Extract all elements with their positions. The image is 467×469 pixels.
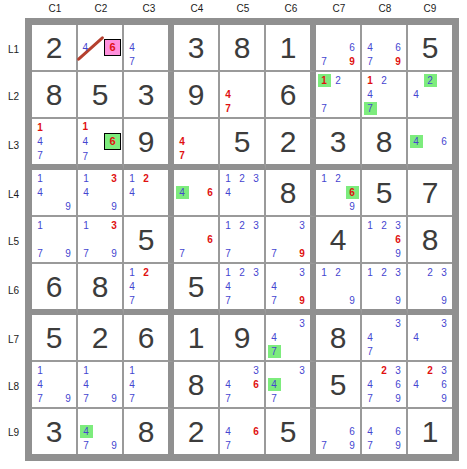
candidate-slot <box>377 87 391 101</box>
cell-L7C7[interactable]: 8 <box>316 315 362 362</box>
candidate-slot <box>295 279 309 293</box>
candidate-slot <box>409 345 423 359</box>
cell-L6C1[interactable]: 6 <box>32 264 78 315</box>
big-digit: 8 <box>362 119 406 164</box>
candidate-4: 4 <box>367 41 373 54</box>
candidate-slot <box>203 218 217 232</box>
cell-L9C7[interactable]: 679 <box>316 409 362 454</box>
candidate-slot: 4 <box>79 377 93 391</box>
candidate-slot: 1 <box>33 363 47 377</box>
candidate-slot: 2 <box>331 265 345 279</box>
candidate-1: 1 <box>225 219 231 232</box>
candidate-slot: 9 <box>437 392 451 406</box>
big-digit: 9 <box>174 72 218 117</box>
candidate-slot <box>267 316 281 330</box>
candidate-slot <box>235 232 249 246</box>
candidate-7: 7 <box>37 392 43 405</box>
candidate-slot: 7 <box>33 149 47 163</box>
candidate-slot: 7 <box>267 392 281 406</box>
candidate-slot: 4 <box>125 279 139 293</box>
cell-L3C4[interactable]: 47 <box>174 119 220 170</box>
candidate-9: 9 <box>65 247 71 260</box>
candidate-slot <box>377 26 391 40</box>
candidate-9: 9 <box>395 439 401 452</box>
cell-L5C9[interactable]: 8 <box>408 217 452 264</box>
candidate-slot <box>93 439 107 453</box>
candidate-2: 2 <box>381 219 387 232</box>
candidate-2: 2 <box>381 74 387 87</box>
cell-L5C2[interactable]: 1379 <box>78 217 124 264</box>
candidate-3: 3 <box>299 219 305 232</box>
cell-L7C1[interactable]: 5 <box>32 315 78 362</box>
cell-L9C6[interactable]: 5 <box>266 409 316 454</box>
cell-L6C5[interactable]: 12347 <box>220 264 266 315</box>
candidate-1: 1 <box>367 219 373 232</box>
candidate-slot: 3 <box>391 316 405 330</box>
cell-L9C9[interactable]: 1 <box>408 409 452 454</box>
big-digit: 5 <box>266 409 310 454</box>
sudoku-grid: 2464738167946795853947612712472414714679… <box>32 25 452 454</box>
candidate-slot: 2 <box>377 265 391 279</box>
candidate-slot <box>281 265 295 279</box>
candidate-grid: 1247 <box>363 73 405 116</box>
candidate-slot: 7 <box>33 392 47 406</box>
candidate-slot <box>125 26 139 40</box>
candidate-slot <box>235 185 249 199</box>
candidate-slot: 4 <box>363 377 377 391</box>
candidate-slot: 4 <box>363 40 377 54</box>
cell-L8C6[interactable]: 347 <box>266 362 316 409</box>
candidate-slot <box>125 200 139 214</box>
candidate-1: 1 <box>129 266 135 279</box>
candidate-slot <box>345 265 359 279</box>
candidate-slot: 1 <box>79 218 93 232</box>
candidate-slot <box>391 345 405 359</box>
candidate-4: 4 <box>225 280 231 293</box>
candidate-slot <box>281 232 295 246</box>
candidate-slot: 2 <box>235 171 249 185</box>
candidate-slot <box>104 120 121 133</box>
cell-L4C5[interactable]: 1234 <box>220 170 266 217</box>
candidate-slot <box>331 26 345 40</box>
candidate-slot <box>153 377 167 391</box>
candidate-grid: 179 <box>33 218 75 261</box>
candidate-7: 7 <box>367 55 373 68</box>
candidate-slot <box>93 392 107 406</box>
candidate-slot <box>409 102 423 116</box>
candidate-7: 7 <box>271 247 277 260</box>
row-label-L8: L8 <box>8 380 19 391</box>
candidate-slot <box>61 185 75 199</box>
candidate-slot <box>317 410 331 424</box>
candidate-slot <box>377 40 391 54</box>
cell-L1C6[interactable]: 1 <box>266 25 316 72</box>
cell-L7C3[interactable]: 6 <box>124 315 174 362</box>
candidate-slot: 6 <box>249 424 263 438</box>
candidate-9: 9 <box>395 392 401 405</box>
candidate-slot <box>79 200 93 214</box>
candidate-slot <box>79 26 92 39</box>
candidate-slot <box>139 294 153 308</box>
candidate-slot <box>47 247 61 261</box>
big-digit: 8 <box>124 409 168 454</box>
candidate-9: 9 <box>299 247 305 260</box>
candidate-slot: 6 <box>104 133 121 150</box>
cell-L8C4[interactable]: 8 <box>174 362 220 409</box>
candidate-2: 2 <box>143 172 149 185</box>
candidate-slot <box>391 102 405 116</box>
candidate-9: 9 <box>395 55 401 68</box>
candidate-4: 4 <box>129 186 135 199</box>
big-digit: 8 <box>220 25 264 70</box>
candidate-grid: 1247 <box>125 265 167 308</box>
candidate-slot <box>203 171 217 185</box>
candidate-slot: 9 <box>391 55 405 69</box>
candidate-grid: 679 <box>317 26 359 69</box>
candidate-slot <box>139 40 153 54</box>
candidate-slot: 1 <box>125 171 139 185</box>
candidate-slot <box>345 279 359 293</box>
cell-L6C8[interactable]: 1239 <box>362 264 408 315</box>
row-label-L5: L5 <box>8 235 19 246</box>
candidate-slot: 2 <box>139 265 153 279</box>
candidate-slot: 1 <box>79 363 93 377</box>
candidate-slot: 4 <box>267 279 281 293</box>
candidate-9: 9 <box>441 294 447 307</box>
cell-L5C5[interactable]: 1237 <box>220 217 266 264</box>
candidate-slot <box>175 232 189 246</box>
candidate-1: 1 <box>83 219 89 232</box>
candidate-2: 2 <box>143 266 149 279</box>
cell-L1C8[interactable]: 4679 <box>362 25 408 72</box>
cell-L6C6[interactable]: 3479 <box>266 264 316 315</box>
candidate-slot <box>317 294 331 308</box>
cell-L8C7[interactable]: 5 <box>316 362 362 409</box>
candidate-1: 1 <box>83 172 89 185</box>
candidate-slot: 7 <box>221 247 235 261</box>
cell-L3C3[interactable]: 9 <box>124 119 174 170</box>
cell-L2C6[interactable]: 6 <box>266 72 316 119</box>
candidate-slot: 2 <box>139 171 153 185</box>
candidate-slot <box>317 87 331 101</box>
candidate-slot <box>377 279 391 293</box>
cell-L7C8[interactable]: 347 <box>362 315 408 362</box>
candidate-slot <box>61 377 75 391</box>
candidate-grid: 379 <box>267 218 309 261</box>
candidate-slot <box>235 87 249 101</box>
col-label-C5: C5 <box>237 3 250 14</box>
row-label-L4: L4 <box>8 188 19 199</box>
cell-L5C1[interactable]: 179 <box>32 217 78 264</box>
candidate-slot <box>281 294 295 308</box>
candidate-slot <box>437 73 451 87</box>
candidate-slot <box>423 120 437 134</box>
candidate-slot: 7 <box>267 294 281 308</box>
candidate-slot: 4 <box>125 377 139 391</box>
candidate-6: 6 <box>395 425 401 438</box>
candidate-slot <box>437 120 451 134</box>
candidate-1: 1 <box>321 266 327 279</box>
candidate-slot: 3 <box>295 218 309 232</box>
cell-L7C2[interactable]: 2 <box>78 315 124 362</box>
candidate-slot <box>281 279 295 293</box>
candidate-slot <box>437 279 451 293</box>
candidate-4: 4 <box>413 88 419 101</box>
candidate-slot: 7 <box>221 102 235 116</box>
candidate-slot: 9 <box>391 247 405 261</box>
cell-L9C5[interactable]: 467 <box>220 409 266 454</box>
big-digit: 2 <box>266 119 310 164</box>
candidate-6: 6 <box>395 41 401 54</box>
candidate-grid: 149 <box>33 171 75 214</box>
candidate-slot: 7 <box>79 392 93 406</box>
candidate-slot <box>139 377 153 391</box>
candidate-slot <box>249 439 263 453</box>
cell-L4C3[interactable]: 124 <box>124 170 174 217</box>
candidate-4: 4 <box>129 280 135 293</box>
candidate-slot: 2 <box>331 73 345 87</box>
cell-L5C3[interactable]: 5 <box>124 217 174 264</box>
candidate-slot: 2 <box>423 265 437 279</box>
candidate-slot <box>391 410 405 424</box>
cell-L2C9[interactable]: 24 <box>408 72 452 119</box>
candidate-slot: 1 <box>79 120 92 133</box>
candidate-slot <box>249 294 263 308</box>
cell-L6C7[interactable]: 129 <box>316 264 362 315</box>
cell-L4C7[interactable]: 1269 <box>316 170 362 217</box>
big-digit: 8 <box>78 264 122 309</box>
cell-L3C2[interactable]: 1467 <box>78 119 124 170</box>
cell-L2C4[interactable]: 9 <box>174 72 220 119</box>
cell-L1C4[interactable]: 3 <box>174 25 220 72</box>
cell-L3C5[interactable]: 5 <box>220 119 266 170</box>
candidate-slot: 4 <box>79 185 93 199</box>
candidate-slot: 2 <box>377 363 391 377</box>
cell-L4C1[interactable]: 149 <box>32 170 78 217</box>
candidate-7: 7 <box>37 247 43 260</box>
candidate-grid: 1479 <box>79 363 121 406</box>
candidate-slot <box>153 55 167 69</box>
candidate-9: 9 <box>299 294 305 307</box>
candidate-4: 4 <box>225 186 231 199</box>
big-digit: 9 <box>220 315 264 360</box>
candidate-slot: 3 <box>391 265 405 279</box>
cell-L7C5[interactable]: 9 <box>220 315 266 362</box>
candidate-slot: 3 <box>391 218 405 232</box>
cell-L5C8[interactable]: 12369 <box>362 217 408 264</box>
candidate-slot <box>203 200 217 214</box>
cell-L4C9[interactable]: 7 <box>408 170 452 217</box>
cell-L5C6[interactable]: 379 <box>266 217 316 264</box>
candidate-6: 6 <box>253 378 259 391</box>
candidate-3: 3 <box>395 364 401 377</box>
candidate-slot <box>317 424 331 438</box>
candidate-slot <box>331 410 345 424</box>
cell-L2C2[interactable]: 5 <box>78 72 124 119</box>
candidate-slot: 2 <box>235 265 249 279</box>
cell-L8C9[interactable]: 23469 <box>408 362 452 409</box>
candidate-4: 4 <box>80 425 93 438</box>
candidate-slot <box>331 40 345 54</box>
candidate-slot <box>249 410 263 424</box>
candidate-slot <box>363 294 377 308</box>
cell-L6C3[interactable]: 1247 <box>124 264 174 315</box>
candidate-slot <box>423 134 437 148</box>
cell-L4C6[interactable]: 8 <box>266 170 316 217</box>
candidate-7: 7 <box>83 439 89 452</box>
cell-L8C3[interactable]: 147 <box>124 362 174 409</box>
candidate-grid: 347 <box>267 316 309 359</box>
candidate-7: 7 <box>321 55 327 68</box>
candidate-grid: 12369 <box>363 218 405 261</box>
candidate-7: 7 <box>83 247 89 260</box>
candidate-slot <box>409 316 423 330</box>
cell-L6C2[interactable]: 8 <box>78 264 124 315</box>
big-digit: 5 <box>174 264 218 309</box>
candidate-slot <box>317 279 331 293</box>
candidate-slot <box>409 149 423 163</box>
cell-L5C7[interactable]: 4 <box>316 217 362 264</box>
candidate-slot <box>189 134 203 148</box>
cell-L2C5[interactable]: 47 <box>220 72 266 119</box>
cell-L3C9[interactable]: 46 <box>408 119 452 170</box>
cell-L9C1[interactable]: 3 <box>32 409 78 454</box>
candidate-slot <box>189 232 203 246</box>
cell-L8C2[interactable]: 1479 <box>78 362 124 409</box>
cell-L9C4[interactable]: 2 <box>174 409 220 454</box>
candidate-slot <box>107 377 121 391</box>
big-digit: 6 <box>266 72 310 117</box>
cell-L5C4[interactable]: 67 <box>174 217 220 264</box>
cell-L8C1[interactable]: 1479 <box>32 362 78 409</box>
candidate-slot: 1 <box>33 171 47 185</box>
candidate-grid: 234679 <box>363 363 405 406</box>
candidate-9: 9 <box>395 294 401 307</box>
candidate-3: 3 <box>299 364 305 377</box>
big-digit: 2 <box>174 409 218 454</box>
cell-L1C7[interactable]: 679 <box>316 25 362 72</box>
candidate-9: 9 <box>349 439 355 452</box>
candidate-slot: 6 <box>345 185 359 199</box>
col-label-C6: C6 <box>285 3 298 14</box>
candidate-slot <box>61 134 75 148</box>
candidate-9: 9 <box>65 392 71 405</box>
cell-L9C2[interactable]: 479 <box>78 409 124 454</box>
candidate-7: 7 <box>321 439 327 452</box>
cell-L1C5[interactable]: 8 <box>220 25 266 72</box>
candidate-2: 2 <box>424 74 437 87</box>
cell-L8C5[interactable]: 3467 <box>220 362 266 409</box>
candidate-slot: 6 <box>437 134 451 148</box>
candidate-1: 1 <box>37 121 43 134</box>
candidate-slot: 9 <box>107 439 121 453</box>
cell-L3C8[interactable]: 8 <box>362 119 408 170</box>
candidate-grid: 4679 <box>363 410 405 453</box>
candidate-slot <box>249 102 263 116</box>
col-label-C7: C7 <box>333 3 346 14</box>
candidate-slot <box>235 410 249 424</box>
candidate-slot <box>423 330 437 344</box>
candidate-grid: 46 <box>175 171 217 214</box>
candidate-grid: 147 <box>125 363 167 406</box>
big-digit: 5 <box>220 119 264 164</box>
candidate-4: 4 <box>225 88 231 101</box>
cell-L4C4[interactable]: 46 <box>174 170 220 217</box>
cell-L2C7[interactable]: 127 <box>316 72 362 119</box>
candidate-slot <box>107 232 121 246</box>
big-digit: 8 <box>266 170 310 215</box>
candidate-slot <box>47 232 61 246</box>
candidate-slot: 7 <box>221 439 235 453</box>
big-digit: 8 <box>408 217 452 262</box>
cell-L6C9[interactable]: 239 <box>408 264 452 315</box>
cell-L4C8[interactable]: 5 <box>362 170 408 217</box>
cell-L1C9[interactable]: 5 <box>408 25 452 72</box>
candidate-7: 7 <box>179 247 185 260</box>
candidate-4: 4 <box>268 378 281 391</box>
big-digit: 5 <box>78 72 122 117</box>
big-digit: 3 <box>174 25 218 70</box>
cell-L7C4[interactable]: 1 <box>174 315 220 362</box>
candidate-slot <box>391 73 405 87</box>
cell-L4C2[interactable]: 1349 <box>78 170 124 217</box>
candidate-grid: 34 <box>409 316 451 359</box>
cell-L3C7[interactable]: 3 <box>316 119 362 170</box>
candidate-slot <box>363 232 377 246</box>
cell-L1C1[interactable]: 2 <box>32 25 78 72</box>
cell-L3C6[interactable]: 2 <box>266 119 316 170</box>
candidate-slot: 1 <box>363 73 377 87</box>
cell-L7C9[interactable]: 34 <box>408 315 452 362</box>
cell-L1C3[interactable]: 47 <box>124 25 174 72</box>
candidate-slot: 4 <box>409 87 423 101</box>
candidate-slot <box>235 73 249 87</box>
candidate-slot <box>104 26 121 39</box>
candidate-slot: 4 <box>175 185 189 199</box>
candidate-slot: 9 <box>61 392 75 406</box>
cell-L2C1[interactable]: 8 <box>32 72 78 119</box>
candidate-slot: 4 <box>363 87 377 101</box>
candidate-7: 7 <box>367 345 373 358</box>
candidate-9: 9 <box>441 392 447 405</box>
candidate-slot: 1 <box>79 171 93 185</box>
candidate-slot <box>47 218 61 232</box>
cell-L6C4[interactable]: 5 <box>174 264 220 315</box>
candidate-9: 9 <box>111 200 117 213</box>
cell-L2C3[interactable]: 3 <box>124 72 174 119</box>
big-digit: 2 <box>78 315 122 360</box>
candidate-slot <box>92 56 105 69</box>
candidate-3: 3 <box>253 172 259 185</box>
cell-L2C8[interactable]: 1247 <box>362 72 408 119</box>
candidate-4: 4 <box>83 186 89 199</box>
candidate-slot <box>33 232 47 246</box>
cell-L9C3[interactable]: 8 <box>124 409 174 454</box>
cell-L9C8[interactable]: 4679 <box>362 409 408 454</box>
candidate-2: 2 <box>335 172 341 185</box>
candidate-slot <box>331 200 345 214</box>
cell-L7C6[interactable]: 347 <box>266 315 316 362</box>
cell-L1C2[interactable]: 46 <box>78 25 124 72</box>
candidate-slot <box>47 200 61 214</box>
big-digit: 6 <box>32 264 76 309</box>
candidate-4: 4 <box>179 135 185 148</box>
candidate-7: 7 <box>129 392 135 405</box>
cell-L3C1[interactable]: 147 <box>32 119 78 170</box>
candidate-slot <box>189 149 203 163</box>
cell-L8C8[interactable]: 234679 <box>362 362 408 409</box>
candidate-slot: 4 <box>221 279 235 293</box>
